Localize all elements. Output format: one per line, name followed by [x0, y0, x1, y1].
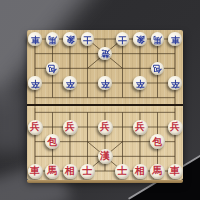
piece-blue-cannon[interactable]: 包 [151, 62, 164, 75]
piece-character: 兵 [170, 122, 180, 132]
table-light-reflection-left [0, 92, 28, 152]
piece-red-soldier[interactable]: 兵 [98, 120, 113, 135]
piece-character: 士 [83, 35, 92, 44]
board-front-edge [27, 180, 183, 183]
piece-character: 相 [65, 166, 75, 176]
xiangqi-board[interactable]: 車馬象士士象馬車楚包包卒卒卒卒卒兵兵兵兵兵包包漢車馬相士士相馬車 [27, 30, 183, 180]
piece-red-chariot[interactable]: 車 [168, 164, 183, 179]
piece-red-horse[interactable]: 馬 [45, 164, 60, 179]
piece-blue-elephant[interactable]: 象 [133, 32, 146, 45]
piece-character: 馬 [48, 166, 58, 176]
piece-blue-chariot[interactable]: 車 [168, 32, 181, 45]
piece-character: 卒 [136, 79, 145, 88]
piece-blue-soldier[interactable]: 卒 [63, 76, 76, 89]
piece-red-soldier[interactable]: 兵 [168, 120, 183, 135]
piece-character: 卒 [66, 79, 75, 88]
piece-character: 卒 [101, 79, 110, 88]
piece-blue-chariot[interactable]: 車 [28, 32, 41, 45]
piece-character: 馬 [153, 35, 162, 44]
piece-red-chariot[interactable]: 車 [28, 164, 43, 179]
piece-blue-advisor[interactable]: 士 [116, 32, 129, 45]
piece-blue-cannon[interactable]: 包 [46, 62, 59, 75]
piece-character: 卒 [171, 79, 180, 88]
piece-blue-elephant[interactable]: 象 [63, 32, 76, 45]
piece-character: 楚 [101, 49, 110, 58]
piece-red-advisor[interactable]: 士 [115, 164, 130, 179]
piece-character: 車 [171, 35, 180, 44]
piece-character: 包 [48, 64, 57, 73]
piece-character: 車 [170, 166, 180, 176]
piece-red-horse[interactable]: 馬 [150, 164, 165, 179]
piece-character: 包 [153, 64, 162, 73]
piece-character: 兵 [100, 122, 110, 132]
piece-character: 漢 [100, 151, 110, 161]
piece-blue-advisor[interactable]: 士 [81, 32, 94, 45]
piece-character: 馬 [48, 35, 57, 44]
piece-character: 士 [118, 35, 127, 44]
piece-character: 象 [66, 35, 75, 44]
piece-character: 卒 [31, 79, 40, 88]
piece-red-soldier[interactable]: 兵 [133, 120, 148, 135]
piece-character: 車 [30, 166, 40, 176]
piece-blue-horse[interactable]: 馬 [151, 32, 164, 45]
piece-red-general[interactable]: 漢 [98, 149, 113, 164]
piece-red-elephant[interactable]: 相 [133, 164, 148, 179]
piece-character: 相 [135, 166, 145, 176]
piece-red-advisor[interactable]: 士 [80, 164, 95, 179]
piece-character: 兵 [30, 122, 40, 132]
piece-character: 包 [153, 137, 163, 147]
piece-red-soldier[interactable]: 兵 [63, 120, 78, 135]
piece-character: 象 [136, 35, 145, 44]
piece-character: 士 [118, 166, 128, 176]
piece-blue-soldier[interactable]: 卒 [168, 76, 181, 89]
piece-blue-horse[interactable]: 馬 [46, 32, 59, 45]
piece-blue-general[interactable]: 楚 [98, 47, 111, 60]
piece-character: 馬 [153, 166, 163, 176]
piece-blue-soldier[interactable]: 卒 [98, 76, 111, 89]
piece-red-soldier[interactable]: 兵 [28, 120, 43, 135]
piece-red-elephant[interactable]: 相 [63, 164, 78, 179]
photo-background: 車馬象士士象馬車楚包包卒卒卒卒卒兵兵兵兵兵包包漢車馬相士士相馬車 [0, 0, 200, 200]
piece-character: 車 [31, 35, 40, 44]
piece-blue-soldier[interactable]: 卒 [133, 76, 146, 89]
piece-character: 包 [48, 137, 58, 147]
piece-character: 兵 [135, 122, 145, 132]
piece-character: 兵 [65, 122, 75, 132]
piece-blue-soldier[interactable]: 卒 [28, 76, 41, 89]
piece-character: 士 [83, 166, 93, 176]
